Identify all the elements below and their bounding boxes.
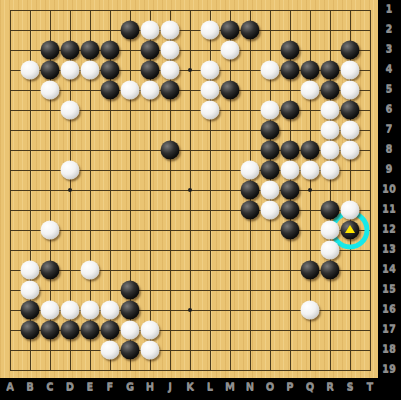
black-stone-R14 — [321, 261, 340, 280]
white-stone-P9 — [281, 161, 300, 180]
star-point — [188, 188, 192, 192]
column-label-G: G — [120, 382, 140, 393]
white-stone-E4 — [81, 61, 100, 80]
column-label-B: B — [20, 382, 40, 393]
column-label-D: D — [60, 382, 80, 393]
column-label-S: S — [340, 382, 360, 393]
go-game-screen: ABCDEFGHJKLMNOPQRST 12345678910111213141… — [0, 0, 401, 400]
black-stone-C4 — [41, 61, 60, 80]
black-stone-P6 — [281, 101, 300, 120]
white-stone-D6 — [61, 101, 80, 120]
black-stone-N10 — [241, 181, 260, 200]
black-stone-O8 — [261, 141, 280, 160]
white-stone-L5 — [201, 81, 220, 100]
white-stone-B4 — [21, 61, 40, 80]
black-stone-Q8 — [301, 141, 320, 160]
white-stone-E16 — [81, 301, 100, 320]
column-label-P: P — [280, 382, 300, 393]
black-stone-P8 — [281, 141, 300, 160]
white-stone-Q5 — [301, 81, 320, 100]
white-stone-D9 — [61, 161, 80, 180]
black-stone-J8 — [161, 141, 180, 160]
black-stone-F5 — [101, 81, 120, 100]
row-label-6: 6 — [378, 103, 400, 117]
white-stone-O10 — [261, 181, 280, 200]
row-label-18: 18 — [378, 343, 400, 357]
row-label-7: 7 — [378, 123, 400, 137]
white-stone-F16 — [101, 301, 120, 320]
white-stone-B15 — [21, 281, 40, 300]
white-stone-J3 — [161, 41, 180, 60]
white-stone-L2 — [201, 21, 220, 40]
white-stone-R7 — [321, 121, 340, 140]
white-stone-L6 — [201, 101, 220, 120]
row-label-14: 14 — [378, 263, 400, 277]
black-stone-G16 — [121, 301, 140, 320]
white-stone-L4 — [201, 61, 220, 80]
white-stone-H18 — [141, 341, 160, 360]
column-label-M: M — [220, 382, 240, 393]
black-stone-F17 — [101, 321, 120, 340]
black-stone-O7 — [261, 121, 280, 140]
black-stone-J5 — [161, 81, 180, 100]
column-label-E: E — [80, 382, 100, 393]
white-stone-N9 — [241, 161, 260, 180]
black-stone-R11 — [321, 201, 340, 220]
black-stone-C14 — [41, 261, 60, 280]
white-stone-R8 — [321, 141, 340, 160]
black-stone-Q4 — [301, 61, 320, 80]
black-stone-P3 — [281, 41, 300, 60]
column-labels-strip: ABCDEFGHJKLMNOPQRST — [0, 378, 401, 400]
row-label-11: 11 — [378, 203, 400, 217]
white-stone-S4 — [341, 61, 360, 80]
row-labels-strip: 12345678910111213141516171819 — [378, 0, 401, 378]
white-stone-O4 — [261, 61, 280, 80]
row-label-13: 13 — [378, 243, 400, 257]
white-stone-D16 — [61, 301, 80, 320]
black-stone-G2 — [121, 21, 140, 40]
column-label-A: A — [0, 382, 20, 393]
white-stone-H17 — [141, 321, 160, 340]
white-stone-J2 — [161, 21, 180, 40]
black-stone-S3 — [341, 41, 360, 60]
black-stone-E17 — [81, 321, 100, 340]
black-stone-C3 — [41, 41, 60, 60]
row-label-10: 10 — [378, 183, 400, 197]
white-stone-H5 — [141, 81, 160, 100]
row-label-5: 5 — [378, 83, 400, 97]
black-stone-C17 — [41, 321, 60, 340]
row-label-9: 9 — [378, 163, 400, 177]
black-stone-P11 — [281, 201, 300, 220]
black-stone-P12 — [281, 221, 300, 240]
column-label-J: J — [160, 382, 180, 393]
column-label-C: C — [40, 382, 60, 393]
black-stone-G15 — [121, 281, 140, 300]
white-stone-D4 — [61, 61, 80, 80]
column-label-H: H — [140, 382, 160, 393]
black-stone-N2 — [241, 21, 260, 40]
black-stone-M2 — [221, 21, 240, 40]
white-stone-S8 — [341, 141, 360, 160]
column-label-T: T — [360, 382, 380, 393]
white-stone-S7 — [341, 121, 360, 140]
column-label-R: R — [320, 382, 340, 393]
row-label-4: 4 — [378, 63, 400, 77]
black-stone-B16 — [21, 301, 40, 320]
white-stone-F18 — [101, 341, 120, 360]
black-stone-S6 — [341, 101, 360, 120]
white-stone-R9 — [321, 161, 340, 180]
black-stone-G18 — [121, 341, 140, 360]
black-stone-D3 — [61, 41, 80, 60]
white-stone-H2 — [141, 21, 160, 40]
black-stone-F3 — [101, 41, 120, 60]
row-label-17: 17 — [378, 323, 400, 337]
black-stone-P4 — [281, 61, 300, 80]
white-stone-G17 — [121, 321, 140, 340]
white-stone-M3 — [221, 41, 240, 60]
black-stone-R4 — [321, 61, 340, 80]
black-stone-B17 — [21, 321, 40, 340]
white-stone-Q9 — [301, 161, 320, 180]
white-stone-E14 — [81, 261, 100, 280]
white-stone-O6 — [261, 101, 280, 120]
column-label-K: K — [180, 382, 200, 393]
black-stone-D17 — [61, 321, 80, 340]
white-stone-C12 — [41, 221, 60, 240]
white-stone-J4 — [161, 61, 180, 80]
row-label-19: 19 — [378, 363, 400, 377]
row-label-16: 16 — [378, 303, 400, 317]
black-stone-R5 — [321, 81, 340, 100]
white-stone-B14 — [21, 261, 40, 280]
white-stone-O11 — [261, 201, 280, 220]
white-stone-Q16 — [301, 301, 320, 320]
black-stone-F4 — [101, 61, 120, 80]
white-stone-S11 — [341, 201, 360, 220]
black-stone-O9 — [261, 161, 280, 180]
black-stone-M5 — [221, 81, 240, 100]
row-label-1: 1 — [378, 3, 400, 17]
row-label-8: 8 — [378, 143, 400, 157]
row-label-2: 2 — [378, 23, 400, 37]
column-label-L: L — [200, 382, 220, 393]
black-stone-H3 — [141, 41, 160, 60]
black-stone-E3 — [81, 41, 100, 60]
white-stone-S5 — [341, 81, 360, 100]
go-board[interactable] — [0, 0, 378, 378]
white-stone-C16 — [41, 301, 60, 320]
white-stone-G5 — [121, 81, 140, 100]
row-label-15: 15 — [378, 283, 400, 297]
black-stone-P10 — [281, 181, 300, 200]
black-stone-H4 — [141, 61, 160, 80]
column-label-O: O — [260, 382, 280, 393]
row-label-12: 12 — [378, 223, 400, 237]
star-point — [188, 68, 192, 72]
column-label-N: N — [240, 382, 260, 393]
star-point — [68, 188, 72, 192]
black-stone-N11 — [241, 201, 260, 220]
row-label-3: 3 — [378, 43, 400, 57]
triangle-marker-icon — [345, 225, 355, 233]
column-label-Q: Q — [300, 382, 320, 393]
column-label-F: F — [100, 382, 120, 393]
white-stone-R6 — [321, 101, 340, 120]
white-stone-R13 — [321, 241, 340, 260]
star-point — [188, 308, 192, 312]
white-stone-C5 — [41, 81, 60, 100]
black-stone-Q14 — [301, 261, 320, 280]
white-stone-R12 — [321, 221, 340, 240]
star-point — [308, 188, 312, 192]
